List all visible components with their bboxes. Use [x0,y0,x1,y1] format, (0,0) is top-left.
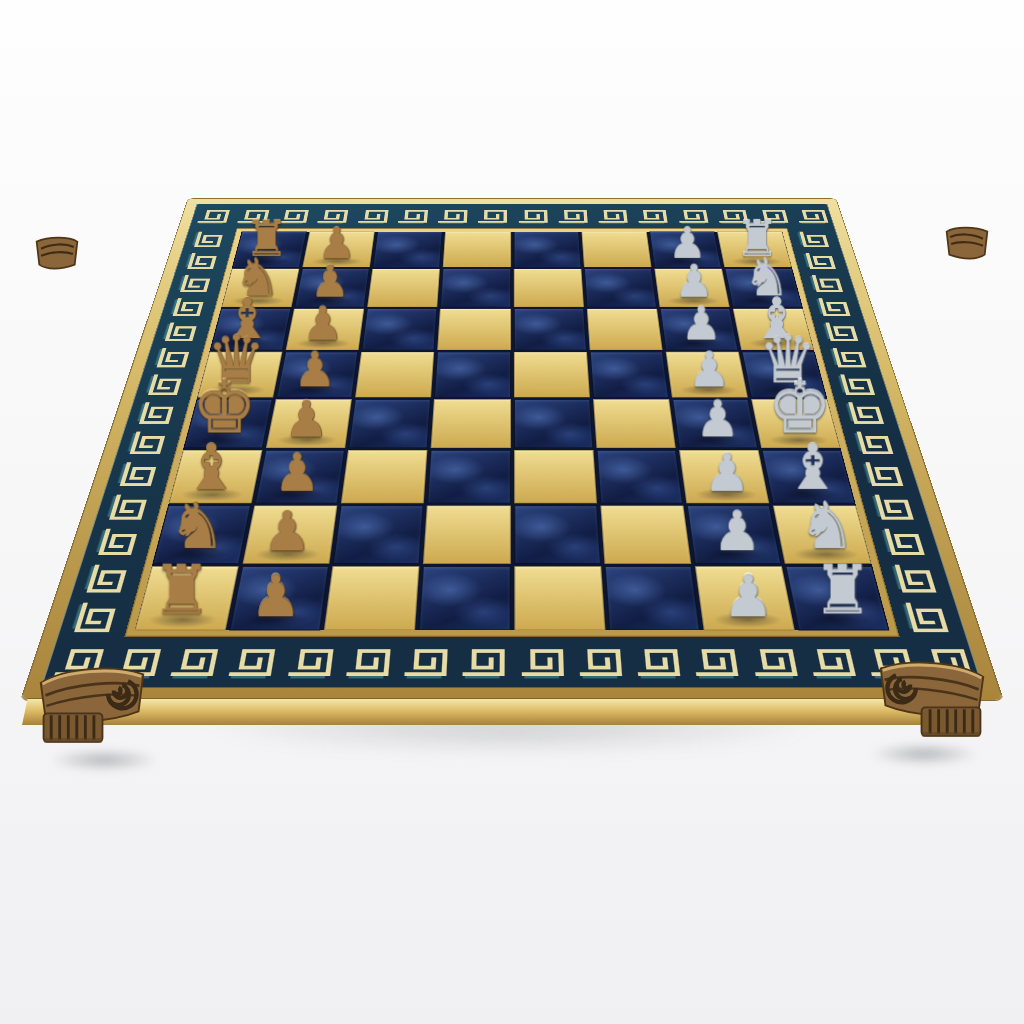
piece-silver-pawn[interactable]: ♟ [688,345,731,393]
greek-key-motif [899,599,957,634]
square-f4[interactable] [427,450,510,503]
greek-key-motif [282,644,336,681]
square-g7[interactable]: ♟ [686,505,781,563]
piece-bronze-pawn[interactable]: ♟ [284,393,329,443]
square-b6[interactable] [584,269,657,307]
greek-key-motif [133,400,181,425]
greek-key-border-band: ♜♟♟♜♞♟♟♞♝♟♟♝♛♟♟♛♚♟♟♚♝♟♟♝♞♟♟♞♜♟♟♜ [40,204,983,689]
square-h4[interactable] [419,566,510,630]
chess-board-3d-wrap: ♜♟♟♜♞♟♟♞♝♟♟♝♛♟♟♛♚♟♟♚♝♟♟♝♞♟♟♞♜♟♟♜ [22,199,1003,700]
greek-key-motif [435,207,470,225]
greek-key-motif [354,207,390,225]
ionic-foot-back-left [34,234,80,274]
greek-key-motif [168,296,211,317]
greek-key-motif [843,400,891,425]
greek-key-motif [114,460,165,488]
square-f5[interactable] [514,450,597,503]
ionic-foot-volute-icon [876,646,988,746]
greek-key-motif [160,320,204,342]
square-e7[interactable]: ♟ [672,399,758,448]
greek-key-strip-bottom [40,637,983,689]
square-h1[interactable]: ♜ [135,566,239,630]
greek-key-motif [189,230,229,248]
square-a3[interactable] [373,232,443,268]
piece-silver-pawn[interactable]: ♟ [722,567,773,624]
greek-key-motif [888,561,944,594]
square-c6[interactable] [586,309,662,351]
piece-silver-knight[interactable]: ♞ [798,495,855,559]
greek-key-motif [835,372,882,396]
greek-key-motif [634,207,670,225]
ionic-foot-icon [34,234,80,274]
square-e5[interactable] [514,399,593,448]
board-outer-brass-frame: ♜♟♟♜♞♟♟♞♝♟♟♝♛♟♟♛♚♟♟♚♝♟♟♝♞♟♟♞♜♟♟♜ [22,199,1003,700]
greek-key-motif [688,644,742,681]
square-h2[interactable]: ♟ [229,566,329,630]
playing-field: ♜♟♟♜♞♟♟♞♝♟♟♝♛♟♟♛♚♟♟♚♝♟♟♝♞♟♟♞♜♟♟♜ [135,232,890,631]
greek-key-motif [574,644,625,681]
square-e6[interactable] [593,399,676,448]
piece-bronze-knight[interactable]: ♞ [169,495,226,559]
square-e3[interactable] [349,399,432,448]
greek-key-motif [151,346,196,369]
ionic-foot-back-right [944,224,990,264]
greek-key-motif [193,207,232,225]
greek-key-motif [399,644,450,681]
product-photo-scene: ♜♟♟♜♞♟♟♞♝♟♟♝♛♟♟♛♚♟♟♚♝♟♟♝♞♟♟♞♜♟♟♜ [0,0,1024,1024]
piece-bronze-pawn[interactable]: ♟ [294,345,337,393]
square-b3[interactable] [367,269,440,307]
piece-bronze-rook[interactable]: ♜ [152,557,212,624]
greek-key-motif [820,320,864,342]
square-g4[interactable] [423,505,510,563]
greek-key-motif [80,561,136,594]
piece-bronze-pawn[interactable]: ♟ [263,504,312,559]
greek-key-motif [515,207,549,225]
square-h6[interactable] [604,566,700,630]
greek-key-motif [859,460,910,488]
square-h3[interactable] [324,566,420,630]
square-d5[interactable] [513,352,589,397]
piece-silver-pawn[interactable]: ♟ [681,301,722,347]
board-front-brass-edge [22,698,980,725]
greek-key-motif [341,644,394,681]
ionic-foot-volute-icon [36,652,148,752]
square-f2[interactable]: ♟ [255,450,345,503]
square-e2[interactable]: ♟ [266,399,352,448]
greek-key-motif [165,644,222,681]
square-d3[interactable] [355,352,434,397]
greek-key-motif [516,644,566,681]
greek-key-motif [795,230,835,248]
ionic-foot-front-right [876,646,988,746]
greek-key-motif [827,346,872,369]
greek-key-motif [745,644,801,681]
square-h8[interactable]: ♜ [785,566,889,630]
square-f7[interactable]: ♟ [679,450,769,503]
square-c5[interactable] [513,309,586,351]
greek-key-motif [103,492,155,521]
square-d6[interactable] [589,352,668,397]
greek-key-motif [124,429,173,456]
square-f3[interactable] [341,450,428,503]
square-g2[interactable]: ♟ [243,505,338,563]
square-a5[interactable] [513,232,581,268]
greek-key-motif [878,526,932,557]
greek-key-motif [394,207,430,225]
square-h5[interactable] [514,566,605,630]
greek-key-motif [813,296,856,317]
square-b4[interactable] [440,269,510,307]
piece-silver-pawn[interactable]: ♟ [703,446,750,498]
square-g3[interactable] [333,505,424,563]
square-d4[interactable] [434,352,510,397]
greek-key-motif [631,644,684,681]
square-b5[interactable] [513,269,583,307]
greek-key-motif [458,644,508,681]
piece-bronze-pawn[interactable]: ♟ [302,301,343,347]
greek-key-motif [792,207,831,225]
greek-key-motif [143,372,190,396]
square-c3[interactable] [362,309,438,351]
square-a4[interactable] [443,232,511,268]
ionic-foot-front-left [36,652,148,752]
greek-key-motif [223,644,279,681]
greek-key-motif [555,207,590,225]
greek-key-motif [475,207,509,225]
inner-brass-trim: ♜♟♟♜♞♟♟♞♝♟♟♝♛♟♟♛♚♟♟♚♝♟♟♝♞♟♟♞♜♟♟♜ [124,228,899,636]
greek-key-motif [802,644,859,681]
piece-silver-pawn[interactable]: ♟ [712,504,761,559]
piece-bronze-pawn[interactable]: ♟ [250,567,301,624]
greek-key-motif [868,492,920,521]
square-c4[interactable] [438,309,511,351]
piece-bronze-pawn[interactable]: ♟ [274,446,321,498]
greek-key-motif [175,273,217,293]
square-h7[interactable]: ♟ [695,566,795,630]
greek-key-motif [68,599,126,634]
square-g5[interactable] [514,505,601,563]
square-g6[interactable] [600,505,691,563]
greek-key-motif [92,526,146,557]
greek-key-motif [182,251,223,270]
square-a6[interactable] [581,232,651,268]
square-e4[interactable] [431,399,510,448]
square-f6[interactable] [596,450,683,503]
greek-key-motif [594,207,630,225]
greek-key-motif [801,251,842,270]
ionic-foot-icon [944,224,990,264]
greek-key-motif [807,273,849,293]
piece-silver-pawn[interactable]: ♟ [695,393,740,443]
greek-key-motif [851,429,900,456]
piece-silver-rook[interactable]: ♜ [812,557,872,624]
